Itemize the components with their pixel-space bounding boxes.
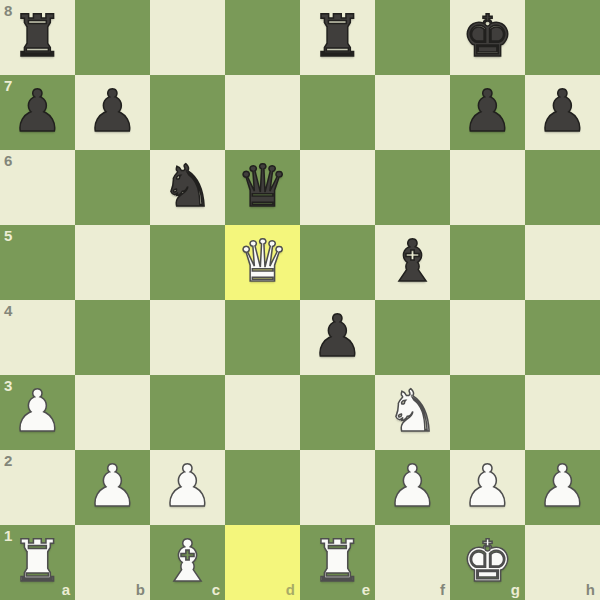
square-e7[interactable] bbox=[300, 75, 375, 150]
square-e3[interactable] bbox=[300, 375, 375, 450]
square-a6[interactable]: 6 bbox=[0, 150, 75, 225]
black-pawn[interactable]: ♟ bbox=[537, 82, 589, 140]
file-label-h: h bbox=[586, 582, 595, 597]
square-a1[interactable]: 1a♜ bbox=[0, 525, 75, 600]
square-g4[interactable] bbox=[450, 300, 525, 375]
square-c7[interactable] bbox=[150, 75, 225, 150]
square-e5[interactable] bbox=[300, 225, 375, 300]
white-pawn[interactable]: ♟ bbox=[462, 457, 514, 515]
square-d3[interactable] bbox=[225, 375, 300, 450]
square-d5[interactable]: ♛ bbox=[225, 225, 300, 300]
square-f2[interactable]: ♟ bbox=[375, 450, 450, 525]
square-a4[interactable]: 4 bbox=[0, 300, 75, 375]
square-e1[interactable]: e♜ bbox=[300, 525, 375, 600]
black-pawn[interactable]: ♟ bbox=[87, 82, 139, 140]
white-pawn[interactable]: ♟ bbox=[12, 382, 64, 440]
square-b2[interactable]: ♟ bbox=[75, 450, 150, 525]
black-bishop[interactable]: ♝ bbox=[387, 232, 439, 290]
square-d1[interactable]: d bbox=[225, 525, 300, 600]
file-label-b: b bbox=[136, 582, 145, 597]
square-b4[interactable] bbox=[75, 300, 150, 375]
rank-label-6: 6 bbox=[4, 153, 12, 168]
square-b5[interactable] bbox=[75, 225, 150, 300]
square-g1[interactable]: g♚ bbox=[450, 525, 525, 600]
white-bishop[interactable]: ♝ bbox=[162, 532, 214, 590]
square-h6[interactable] bbox=[525, 150, 600, 225]
square-c6[interactable]: ♞ bbox=[150, 150, 225, 225]
file-label-d: d bbox=[286, 582, 295, 597]
black-rook[interactable]: ♜ bbox=[12, 7, 64, 65]
square-h2[interactable]: ♟ bbox=[525, 450, 600, 525]
square-b8[interactable] bbox=[75, 0, 150, 75]
square-e4[interactable]: ♟ bbox=[300, 300, 375, 375]
rank-label-4: 4 bbox=[4, 303, 12, 318]
square-c5[interactable] bbox=[150, 225, 225, 300]
square-a3[interactable]: 3♟ bbox=[0, 375, 75, 450]
square-h7[interactable]: ♟ bbox=[525, 75, 600, 150]
square-h8[interactable] bbox=[525, 0, 600, 75]
square-a8[interactable]: 8♜ bbox=[0, 0, 75, 75]
square-g5[interactable] bbox=[450, 225, 525, 300]
square-g7[interactable]: ♟ bbox=[450, 75, 525, 150]
square-f3[interactable]: ♞ bbox=[375, 375, 450, 450]
black-pawn[interactable]: ♟ bbox=[12, 82, 64, 140]
square-d6[interactable]: ♛ bbox=[225, 150, 300, 225]
white-pawn[interactable]: ♟ bbox=[162, 457, 214, 515]
white-knight[interactable]: ♞ bbox=[387, 382, 439, 440]
square-c8[interactable] bbox=[150, 0, 225, 75]
black-pawn[interactable]: ♟ bbox=[462, 82, 514, 140]
square-g2[interactable]: ♟ bbox=[450, 450, 525, 525]
white-rook[interactable]: ♜ bbox=[312, 532, 364, 590]
square-c2[interactable]: ♟ bbox=[150, 450, 225, 525]
black-rook[interactable]: ♜ bbox=[312, 7, 364, 65]
white-queen[interactable]: ♛ bbox=[237, 232, 289, 290]
square-b6[interactable] bbox=[75, 150, 150, 225]
square-d4[interactable] bbox=[225, 300, 300, 375]
black-pawn[interactable]: ♟ bbox=[312, 307, 364, 365]
square-d2[interactable] bbox=[225, 450, 300, 525]
rank-label-5: 5 bbox=[4, 228, 12, 243]
square-a7[interactable]: 7♟ bbox=[0, 75, 75, 150]
square-a5[interactable]: 5 bbox=[0, 225, 75, 300]
white-king[interactable]: ♚ bbox=[462, 532, 514, 590]
square-h3[interactable] bbox=[525, 375, 600, 450]
square-f7[interactable] bbox=[375, 75, 450, 150]
square-d8[interactable] bbox=[225, 0, 300, 75]
square-e6[interactable] bbox=[300, 150, 375, 225]
file-label-f: f bbox=[440, 582, 445, 597]
black-queen[interactable]: ♛ bbox=[237, 157, 289, 215]
white-pawn[interactable]: ♟ bbox=[387, 457, 439, 515]
square-f6[interactable] bbox=[375, 150, 450, 225]
square-e8[interactable]: ♜ bbox=[300, 0, 375, 75]
square-c3[interactable] bbox=[150, 375, 225, 450]
white-pawn[interactable]: ♟ bbox=[87, 457, 139, 515]
square-g6[interactable] bbox=[450, 150, 525, 225]
square-c1[interactable]: c♝ bbox=[150, 525, 225, 600]
square-f5[interactable]: ♝ bbox=[375, 225, 450, 300]
black-king[interactable]: ♚ bbox=[462, 7, 514, 65]
rank-label-2: 2 bbox=[4, 453, 12, 468]
square-h5[interactable] bbox=[525, 225, 600, 300]
square-f1[interactable]: f bbox=[375, 525, 450, 600]
square-f8[interactable] bbox=[375, 0, 450, 75]
square-a2[interactable]: 2 bbox=[0, 450, 75, 525]
square-b7[interactable]: ♟ bbox=[75, 75, 150, 150]
square-c4[interactable] bbox=[150, 300, 225, 375]
square-d7[interactable] bbox=[225, 75, 300, 150]
square-h1[interactable]: h bbox=[525, 525, 600, 600]
black-knight[interactable]: ♞ bbox=[162, 157, 214, 215]
square-e2[interactable] bbox=[300, 450, 375, 525]
chess-board: 8♜♜♚7♟♟♟♟6♞♛5♛♝4♟3♟♞2♟♟♟♟♟1a♜bc♝de♜fg♚h bbox=[0, 0, 600, 600]
square-g8[interactable]: ♚ bbox=[450, 0, 525, 75]
white-rook[interactable]: ♜ bbox=[12, 532, 64, 590]
square-f4[interactable] bbox=[375, 300, 450, 375]
square-b3[interactable] bbox=[75, 375, 150, 450]
white-pawn[interactable]: ♟ bbox=[537, 457, 589, 515]
square-h4[interactable] bbox=[525, 300, 600, 375]
square-b1[interactable]: b bbox=[75, 525, 150, 600]
square-g3[interactable] bbox=[450, 375, 525, 450]
